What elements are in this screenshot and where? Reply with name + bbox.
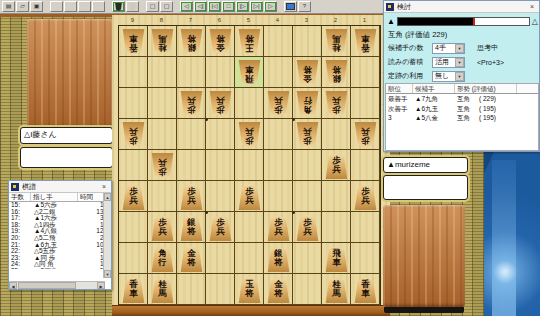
candidate-cell: 次善手 xyxy=(386,104,413,114)
board-front-edge xyxy=(112,305,390,316)
kifu-titlebar[interactable]: 棋譜 × xyxy=(9,181,111,193)
engine-level: <Pro+3> xyxy=(477,59,504,66)
candidate-row[interactable]: 次善手▲6九玉互角( 195) xyxy=(386,104,538,114)
kifu-app-icon xyxy=(11,183,19,191)
header-eval: 形勢 (評価値) xyxy=(455,84,517,93)
board-square-8二[interactable] xyxy=(148,57,177,88)
candidate-cell: ( 229) xyxy=(479,94,538,104)
header-move: 候補手 xyxy=(413,84,455,93)
candidate-cell: 互角 xyxy=(455,104,479,114)
candidate-cell: 互角 xyxy=(455,94,479,104)
file-label: 4 xyxy=(263,16,292,24)
scroll-left-icon[interactable]: ◀ xyxy=(9,282,17,289)
screen: ▤▱▣▢▢◁◁||◁□|▷▷|▷? △I藤さん 987654321 一二三四五六… xyxy=(0,0,540,316)
sente-mark: ▲ xyxy=(387,17,395,27)
tool-button-1[interactable] xyxy=(50,1,63,12)
file-label: 8 xyxy=(147,16,176,24)
board-square-7四[interactable] xyxy=(177,119,206,150)
board-square-6六[interactable] xyxy=(206,181,235,212)
board-square-6五[interactable] xyxy=(206,150,235,181)
kifu-vertical-scrollbar[interactable]: ▲ ▼ xyxy=(103,193,111,278)
candidate-row[interactable]: 最善手▲7九角互角( 229) xyxy=(386,94,538,104)
header-extra xyxy=(517,84,538,93)
search-memory-row: 読みの蓄積 活用 ▼ <Pro+3> xyxy=(388,56,538,68)
board-square-4四[interactable] xyxy=(264,119,293,150)
file-label: 9 xyxy=(118,16,147,24)
black-piece-button[interactable] xyxy=(112,1,125,12)
file-label: 6 xyxy=(205,16,234,24)
analysis-monitor-button[interactable] xyxy=(284,1,297,12)
candidate-cell: ▲7九角 xyxy=(413,94,455,104)
board-square-1八[interactable] xyxy=(351,243,380,274)
kifu-move-row[interactable]: 22:△5五歩1秒 xyxy=(9,248,111,255)
search-memory-label: 読みの蓄積 xyxy=(388,57,432,67)
evaluation-bar xyxy=(397,17,530,26)
board-square-3一[interactable] xyxy=(293,26,322,57)
toolbar-separator xyxy=(312,6,318,7)
file-label: 7 xyxy=(176,16,205,24)
kifu-header-move: 指し手 xyxy=(31,193,78,201)
analysis-window: 検討 × ▲ △ 互角 (評価値 229) 候補手の数 4手 ▼ 思考中 読みの… xyxy=(383,0,540,152)
board-square-5五[interactable] xyxy=(235,150,264,181)
help-button[interactable]: ? xyxy=(298,1,311,12)
kifu-move-list[interactable]: 15:▲5六歩1秒16:△2二銀13秒17:▲1六歩3秒18:△1四歩1秒19:… xyxy=(9,202,111,269)
kifu-move-row[interactable]: 19:▲4八銀12秒 xyxy=(9,228,111,235)
evaluation-bar-row: ▲ △ xyxy=(387,16,538,27)
board-grid: 香車桂馬銀将金将王将桂馬香車飛車金将銀将歩兵歩兵歩兵角行歩兵歩兵歩兵歩兵歩兵歩兵… xyxy=(118,25,381,306)
star-point xyxy=(292,211,295,214)
board-square-8三[interactable] xyxy=(148,88,177,119)
candidate-cell: 3 xyxy=(386,113,413,123)
analysis-app-icon xyxy=(386,3,394,11)
star-point xyxy=(205,118,208,121)
board-square-9七[interactable] xyxy=(119,212,148,243)
board-square-4一[interactable] xyxy=(264,26,293,57)
board-square-5八[interactable] xyxy=(235,243,264,274)
scroll-down-icon[interactable]: ▼ xyxy=(104,270,111,278)
board-square-9八[interactable] xyxy=(119,243,148,274)
board-square-7五[interactable] xyxy=(177,150,206,181)
shogi-board: 987654321 一二三四五六七八九 香車桂馬銀将金将王将桂馬香車飛車金将銀将… xyxy=(112,15,390,316)
nav-forward10-button[interactable]: ▷| xyxy=(250,1,263,12)
kifu-move-row[interactable]: 25:▲2四歩5秒 xyxy=(9,268,111,269)
new-file-button[interactable]: ▤ xyxy=(2,1,15,12)
board-square-9二[interactable] xyxy=(119,57,148,88)
scrollbar-thumb[interactable] xyxy=(18,282,76,289)
tool-button-3[interactable] xyxy=(78,1,91,12)
board-square-1三[interactable] xyxy=(351,88,380,119)
star-point xyxy=(205,211,208,214)
file-label: 5 xyxy=(234,16,263,24)
board-square-5七[interactable] xyxy=(235,212,264,243)
search-memory-select[interactable]: 活用 ▼ xyxy=(432,57,465,68)
kifu-header-moveno: 手数 xyxy=(9,193,31,201)
sente-piece-stand[interactable] xyxy=(383,205,465,307)
board-square-3九[interactable] xyxy=(293,274,322,305)
candidate-cell: ▲6九玉 xyxy=(413,104,455,114)
search-memory-value: 活用 xyxy=(435,57,449,67)
candidate-cell: 互角 xyxy=(455,113,479,123)
kifu-move-row[interactable]: 24:△同 角1秒 xyxy=(9,261,111,268)
evaluation-marker xyxy=(473,18,475,25)
file-coordinates: 987654321 xyxy=(118,16,379,24)
kifu-title: 棋譜 xyxy=(22,182,36,192)
board-square-1二[interactable] xyxy=(351,57,380,88)
candidate-count-row: 候補手の数 4手 ▼ 思考中 xyxy=(388,42,538,54)
kifu-move-row[interactable]: 17:▲1六歩3秒 xyxy=(9,215,111,222)
kifu-header-row: 手数 指し手 時間 xyxy=(9,193,111,202)
kifu-horizontal-scrollbar[interactable]: ◀ ▶ xyxy=(9,281,105,289)
gote-mark: △ xyxy=(532,17,538,27)
board-square-7二[interactable] xyxy=(177,57,206,88)
nav-first-button[interactable]: ◁ xyxy=(180,1,193,12)
star-point xyxy=(292,118,295,121)
kifu-close-icon[interactable]: × xyxy=(99,183,109,190)
board-square-7九[interactable] xyxy=(177,274,206,305)
nav-back-button[interactable]: |◁ xyxy=(208,1,221,12)
board-square-2四[interactable] xyxy=(322,119,351,150)
kifu-window-button[interactable]: ▢ xyxy=(146,1,159,12)
header-rank: 順位 xyxy=(386,84,413,93)
kifu-cell: ▲2四歩 xyxy=(31,268,78,269)
board-square-6四[interactable] xyxy=(206,119,235,150)
scroll-up-icon[interactable]: ▲ xyxy=(104,193,111,201)
board-square-2七[interactable] xyxy=(322,212,351,243)
chevron-down-icon[interactable]: ▼ xyxy=(455,44,464,53)
board-square-1七[interactable] xyxy=(351,212,380,243)
kifu-cell: 25: xyxy=(9,268,31,269)
nav-stop-button[interactable]: □ xyxy=(222,1,235,12)
wallpaper-light-beam xyxy=(492,160,516,316)
opening-book-row: 定跡の利用 無し ▼ xyxy=(388,70,538,82)
board-square-2六[interactable] xyxy=(322,181,351,212)
white-piece-button[interactable] xyxy=(126,1,139,12)
analysis-titlebar[interactable]: 検討 × xyxy=(384,1,539,13)
kifu-move-row[interactable]: 21:▲6九玉10秒 xyxy=(9,242,111,249)
board-square-3五[interactable] xyxy=(293,150,322,181)
candidate-table-header: 順位 候補手 形勢 (評価値) xyxy=(386,84,538,94)
file-label: 3 xyxy=(292,16,321,24)
scroll-right-icon[interactable]: ▶ xyxy=(97,282,105,289)
gote-player-name: △I藤さん xyxy=(20,127,113,144)
board-square-6九[interactable] xyxy=(206,274,235,305)
board-square-8六[interactable] xyxy=(148,181,177,212)
candidate-table: 順位 候補手 形勢 (評価値) 最善手▲7九角互角( 229)次善手▲6九玉互角… xyxy=(385,83,539,151)
candidate-count-select[interactable]: 4手 ▼ xyxy=(432,43,465,54)
opening-book-value: 無し xyxy=(435,71,449,81)
candidate-cell: ( 195) xyxy=(479,104,538,114)
board-square-1五[interactable] xyxy=(351,150,380,181)
board-square-5三[interactable] xyxy=(235,88,264,119)
sente-stand-base xyxy=(384,307,464,313)
kifu-move-row[interactable]: 16:△2二銀13秒 xyxy=(9,209,111,216)
candidate-cell: ▲5八金 xyxy=(413,113,455,123)
evaluation-fill xyxy=(398,18,473,25)
board-square-6八[interactable] xyxy=(206,243,235,274)
evaluation-text: 互角 (評価値 229) xyxy=(388,30,447,40)
comment-window-button[interactable]: ▢ xyxy=(160,1,173,12)
candidate-cell: ( 195) xyxy=(479,113,538,123)
kifu-move-row[interactable]: 23:▲同 歩1秒 xyxy=(9,255,111,262)
open-file-button[interactable]: ▱ xyxy=(16,1,29,12)
nav-forward-button[interactable]: |▷ xyxy=(236,1,249,12)
board-square-6二[interactable] xyxy=(206,57,235,88)
opening-book-select[interactable]: 無し ▼ xyxy=(432,71,465,82)
candidate-count-value: 4手 xyxy=(435,43,446,53)
tool-button-4[interactable] xyxy=(92,1,105,12)
gote-piece-stand[interactable] xyxy=(27,19,112,128)
board-square-4六[interactable] xyxy=(264,181,293,212)
board-square-4五[interactable] xyxy=(264,150,293,181)
file-label: 2 xyxy=(321,16,350,24)
board-square-3六[interactable] xyxy=(293,181,322,212)
file-label: 1 xyxy=(350,16,379,24)
board-square-9五[interactable] xyxy=(119,150,148,181)
board-square-3八[interactable] xyxy=(293,243,322,274)
board-square-4二[interactable] xyxy=(264,57,293,88)
candidate-cell: 最善手 xyxy=(386,94,413,104)
kifu-window: 棋譜 × 手数 指し手 時間 15:▲5六歩1秒16:△2二銀13秒17:▲1六… xyxy=(8,180,112,290)
opening-book-label: 定跡の利用 xyxy=(388,71,432,81)
analysis-close-icon[interactable]: × xyxy=(527,3,537,10)
save-file-button[interactable]: ▣ xyxy=(30,1,43,12)
thinking-status: 思考中 xyxy=(477,43,498,53)
analysis-title: 検討 xyxy=(397,2,411,12)
sente-captured-pieces-box[interactable] xyxy=(383,175,468,200)
board-square-9三[interactable] xyxy=(119,88,148,119)
gote-captured-pieces-box[interactable] xyxy=(20,147,113,168)
tool-button-2[interactable] xyxy=(64,1,77,12)
chevron-down-icon[interactable]: ▼ xyxy=(455,72,464,81)
candidate-row[interactable]: 3▲5八金互角( 195) xyxy=(386,113,538,123)
candidate-count-label: 候補手の数 xyxy=(388,43,432,53)
chevron-down-icon[interactable]: ▼ xyxy=(455,58,464,67)
nav-back10-button[interactable]: ◁| xyxy=(194,1,207,12)
board-square-8四[interactable] xyxy=(148,119,177,150)
sente-player-name: ▲murizeme xyxy=(383,157,468,173)
nav-last-button[interactable]: ▷ xyxy=(264,1,277,12)
